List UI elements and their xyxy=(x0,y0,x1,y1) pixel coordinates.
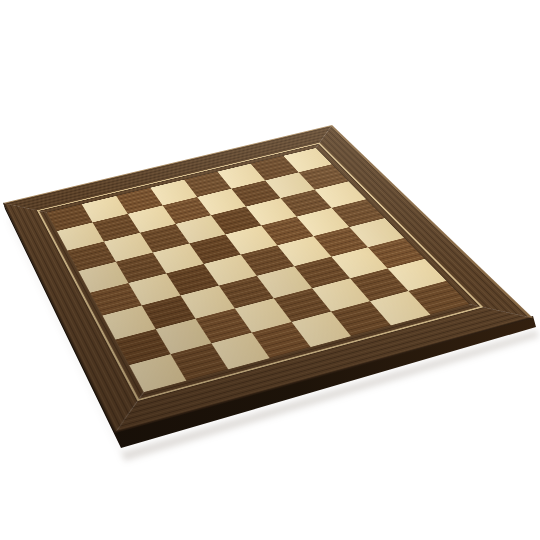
product-photo xyxy=(0,0,540,540)
